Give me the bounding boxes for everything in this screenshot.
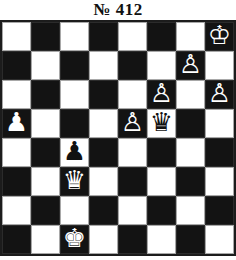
square-c5[interactable]	[60, 109, 89, 138]
square-a1[interactable]	[2, 225, 31, 254]
square-e2[interactable]	[118, 196, 147, 225]
square-e5[interactable]: ♙	[118, 109, 147, 138]
square-a2[interactable]	[2, 196, 31, 225]
square-g2[interactable]	[176, 196, 205, 225]
square-c7[interactable]	[60, 51, 89, 80]
square-h4[interactable]	[205, 138, 234, 167]
square-e8[interactable]	[118, 22, 147, 51]
square-c6[interactable]	[60, 80, 89, 109]
square-e4[interactable]	[118, 138, 147, 167]
square-c8[interactable]	[60, 22, 89, 51]
square-a8[interactable]	[2, 22, 31, 51]
square-f7[interactable]	[147, 51, 176, 80]
black-queen: ♛	[150, 108, 173, 137]
square-b4[interactable]	[31, 138, 60, 167]
square-c1[interactable]: ♚	[60, 225, 89, 254]
black-pawn: ♙	[150, 79, 173, 108]
square-g3[interactable]	[176, 167, 205, 196]
square-c4[interactable]: ♟	[60, 138, 89, 167]
square-e7[interactable]	[118, 51, 147, 80]
square-h5[interactable]	[205, 109, 234, 138]
square-d2[interactable]	[89, 196, 118, 225]
square-h6[interactable]: ♙	[205, 80, 234, 109]
square-a6[interactable]	[2, 80, 31, 109]
black-pawn: ♙	[208, 79, 231, 108]
square-b7[interactable]	[31, 51, 60, 80]
black-pawn: ♟	[63, 137, 86, 166]
square-e1[interactable]	[118, 225, 147, 254]
square-f1[interactable]	[147, 225, 176, 254]
square-a3[interactable]	[2, 167, 31, 196]
square-b8[interactable]	[31, 22, 60, 51]
square-b2[interactable]	[31, 196, 60, 225]
square-f6[interactable]: ♙	[147, 80, 176, 109]
square-h7[interactable]	[205, 51, 234, 80]
square-d8[interactable]	[89, 22, 118, 51]
square-a4[interactable]	[2, 138, 31, 167]
square-h3[interactable]	[205, 167, 234, 196]
square-h1[interactable]	[205, 225, 234, 254]
square-f3[interactable]	[147, 167, 176, 196]
square-d5[interactable]	[89, 109, 118, 138]
square-g6[interactable]	[176, 80, 205, 109]
square-c3[interactable]: ♛	[60, 167, 89, 196]
square-g7[interactable]: ♙	[176, 51, 205, 80]
square-b3[interactable]	[31, 167, 60, 196]
square-g1[interactable]	[176, 225, 205, 254]
square-d3[interactable]	[89, 167, 118, 196]
square-d4[interactable]	[89, 138, 118, 167]
square-d1[interactable]	[89, 225, 118, 254]
square-e3[interactable]	[118, 167, 147, 196]
square-f5[interactable]: ♛	[147, 109, 176, 138]
white-pawn: ♟	[5, 108, 28, 137]
square-d7[interactable]	[89, 51, 118, 80]
square-f2[interactable]	[147, 196, 176, 225]
chess-problem-diagram: № 412 ♔♙♙♙♟♙♛♟♛♚	[0, 0, 236, 260]
square-h2[interactable]	[205, 196, 234, 225]
black-king: ♔	[208, 21, 231, 50]
square-f4[interactable]	[147, 138, 176, 167]
square-d6[interactable]	[89, 80, 118, 109]
white-queen: ♛	[63, 166, 86, 195]
square-f8[interactable]	[147, 22, 176, 51]
square-h8[interactable]: ♔	[205, 22, 234, 51]
square-g4[interactable]	[176, 138, 205, 167]
square-a5[interactable]: ♟	[2, 109, 31, 138]
square-g8[interactable]	[176, 22, 205, 51]
black-pawn: ♙	[121, 108, 144, 137]
square-b5[interactable]	[31, 109, 60, 138]
problem-number-title: № 412	[0, 0, 236, 20]
white-king: ♚	[63, 224, 86, 253]
black-pawn: ♙	[179, 50, 202, 79]
square-a7[interactable]	[2, 51, 31, 80]
chess-board: ♔♙♙♙♟♙♛♟♛♚	[0, 20, 236, 256]
square-b1[interactable]	[31, 225, 60, 254]
square-c2[interactable]	[60, 196, 89, 225]
square-e6[interactable]	[118, 80, 147, 109]
square-g5[interactable]	[176, 109, 205, 138]
square-b6[interactable]	[31, 80, 60, 109]
